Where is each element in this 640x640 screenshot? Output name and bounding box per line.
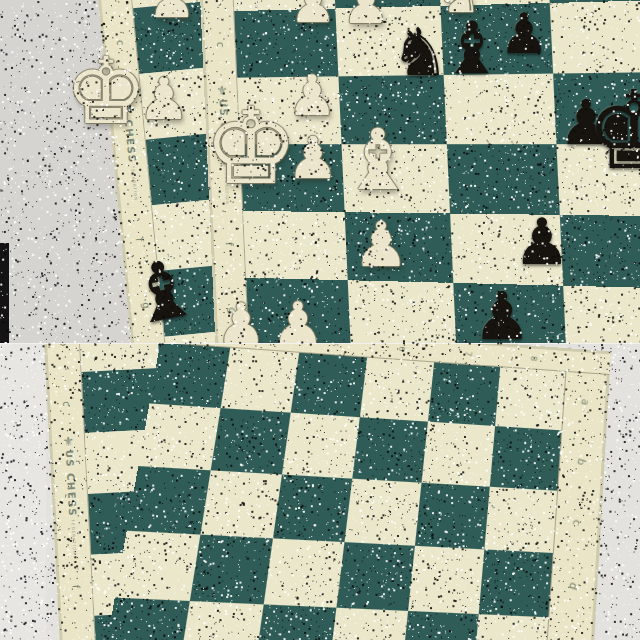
file-letter-label: c [571,518,583,527]
table-surface-patch [0,344,46,640]
board-letter-border: g [213,277,250,343]
us-chess-logo: ⚜US CHESSFEDERATION [52,433,90,557]
board-letter-border: e [544,617,596,640]
square [440,3,553,75]
square [264,538,345,607]
square [344,479,421,546]
square [450,214,563,286]
board-letter-border: c [46,372,85,435]
square [360,358,434,422]
brand-subtext: FEDERATION [130,165,137,200]
file-letter-label: c [61,400,71,406]
board-letter-border: b [42,343,81,374]
top-photo-panel: abc⚜US CHESSFEDERATIONfghabc⚜US CHESSFED… [0,0,640,343]
square [342,144,451,213]
board-letter-border: c [201,11,237,78]
square [563,286,640,343]
square [422,422,496,487]
square [550,0,640,73]
square [495,367,565,430]
file-letter-label: c [115,39,125,45]
board-letter-border: c [553,491,603,556]
rank-number-label: 8 [529,355,538,361]
board-letter-border: g [58,616,97,640]
square [335,6,443,77]
board-letter-border: b [198,0,234,12]
square [115,531,201,601]
brand-text: US CHESS [217,99,230,167]
square [179,601,264,640]
square [221,348,300,413]
square [556,144,640,216]
square [234,9,338,78]
square [246,278,351,343]
square [338,75,446,144]
board-letter-border: b [557,430,606,493]
square [138,403,220,470]
file-letter-label: f [134,237,144,241]
brand-subtext: FEDERATION [223,169,229,205]
square [428,362,500,426]
rank-number-label: 5 [330,343,339,347]
file-letter-label: d [567,581,579,591]
brand-subtext: FEDERATION [70,519,76,554]
rank-number-label: 6 [397,346,406,352]
square [127,466,211,535]
square [447,144,560,215]
file-letter-label: g [227,307,237,314]
square [479,549,553,617]
square [240,144,344,212]
file-letter-label: f [71,584,81,588]
square [291,353,367,417]
square [352,417,428,483]
file-letter-label: a [579,398,591,407]
board-letter-border: d [548,553,599,619]
square [149,343,230,408]
square [490,426,562,491]
file-letter-label: c [215,42,225,48]
file-letter-label: b [58,343,68,346]
square [348,280,457,343]
square [401,611,479,640]
fleur-logo-icon: ⚜ [118,81,131,95]
square [328,608,408,640]
board-letter-border: f [55,555,94,618]
board-letter-border: f [210,210,247,277]
file-letter-label: f [224,242,234,246]
square [444,74,557,145]
us-chess-logo: ⚜US CHESSFEDERATION [207,78,243,211]
board-letter-border: ⚜US CHESSFEDERATION [49,433,88,496]
board-letter-border: ⚜US CHESSFEDERATION [204,78,241,145]
square [200,470,282,538]
square [273,475,352,543]
square [254,604,336,640]
square [336,542,414,611]
chess-photo-collage: abc⚜US CHESSFEDERATIONfghabc⚜US CHESSFED… [0,0,640,640]
file-letter-label: b [575,457,587,467]
board-number-border [565,348,611,375]
bottom-photo-panel: abc⚜US CHESSFEDERATIONfgh345678abcdefgh♟… [0,343,640,640]
square [484,487,557,553]
square [211,408,291,474]
square [282,413,360,479]
square [453,283,566,343]
square [243,211,348,280]
fleur-logo-icon: ⚜ [216,84,228,97]
board-top-right: abc⚜US CHESSFEDERATIONfgh [196,0,640,343]
brand-text: US CHESS [64,450,78,518]
fleur-logo-icon: ⚜ [62,435,74,449]
table-surface-patch [0,243,9,343]
square [345,212,454,283]
file-letter-label: g [140,302,151,309]
rank-number-label: 7 [464,351,473,357]
square [237,76,341,144]
square [473,614,548,640]
square [415,483,490,550]
square [190,535,273,605]
brand-text: US CHESS [121,96,137,164]
square [102,598,189,640]
board-letter-border: a [561,372,609,433]
square [553,72,640,144]
square [408,546,484,614]
square [560,215,640,289]
